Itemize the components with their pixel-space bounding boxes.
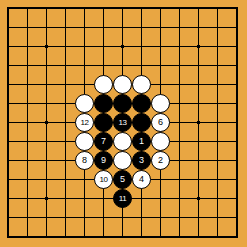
stone-white[interactable] <box>151 132 170 151</box>
stone-white[interactable] <box>113 75 132 94</box>
stone-black-move-13[interactable]: 13 <box>113 113 132 132</box>
stone-white[interactable] <box>94 75 113 94</box>
stone-white-move-4[interactable]: 4 <box>132 170 151 189</box>
stone-black-move-5[interactable]: 5 <box>113 170 132 189</box>
stone-black-move-9[interactable]: 9 <box>94 151 113 170</box>
stone-white[interactable] <box>113 151 132 170</box>
stone-black[interactable] <box>132 113 151 132</box>
stone-white-move-8[interactable]: 8 <box>75 151 94 170</box>
go-board[interactable]: 12345678910111213 <box>0 0 247 247</box>
stone-white[interactable] <box>113 132 132 151</box>
stone-black-move-11[interactable]: 11 <box>113 189 132 208</box>
stone-black-move-7[interactable]: 7 <box>94 132 113 151</box>
stone-white-move-6[interactable]: 6 <box>151 113 170 132</box>
stone-black-move-1[interactable]: 1 <box>132 132 151 151</box>
stone-white[interactable] <box>75 94 94 113</box>
stone-black[interactable] <box>94 94 113 113</box>
stone-black[interactable] <box>132 94 151 113</box>
stone-white-move-2[interactable]: 2 <box>151 151 170 170</box>
stones-layer: 12345678910111213 <box>0 0 246 246</box>
stone-black[interactable] <box>94 113 113 132</box>
stone-white[interactable] <box>151 94 170 113</box>
stone-black[interactable] <box>113 94 132 113</box>
stone-white[interactable] <box>132 75 151 94</box>
stone-white[interactable] <box>75 132 94 151</box>
stone-white-move-12[interactable]: 12 <box>75 113 94 132</box>
go-diagram: 12345678910111213 <box>0 0 247 247</box>
stone-black-move-3[interactable]: 3 <box>132 151 151 170</box>
stone-white-move-10[interactable]: 10 <box>94 170 113 189</box>
